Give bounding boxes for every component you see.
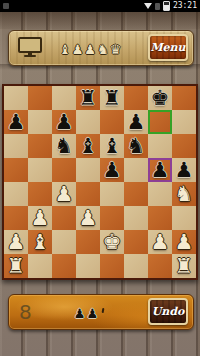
black-bishop-e6: ♝ bbox=[103, 134, 122, 158]
notification-icon bbox=[3, 3, 9, 9]
white-rook-h1: ♜ bbox=[175, 254, 194, 278]
undo-button[interactable]: Undo bbox=[148, 298, 188, 325]
square-f6[interactable]: ♞ bbox=[124, 134, 148, 158]
square-g8[interactable]: ♚ bbox=[148, 86, 172, 110]
square-f3[interactable] bbox=[124, 206, 148, 230]
square-f2[interactable] bbox=[124, 230, 148, 254]
square-d7[interactable] bbox=[76, 110, 100, 134]
square-f4[interactable] bbox=[124, 182, 148, 206]
square-b3[interactable]: ♟ bbox=[28, 206, 52, 230]
square-d1[interactable] bbox=[76, 254, 100, 278]
white-bishop-b2: ♝ bbox=[31, 230, 50, 254]
white-knight-h4: ♞ bbox=[175, 182, 194, 206]
white-pawn-g2: ♟ bbox=[151, 230, 170, 254]
human-player-panel: 8 ♟♟ Undo bbox=[8, 294, 194, 330]
square-a3[interactable] bbox=[4, 206, 28, 230]
square-e4[interactable] bbox=[100, 182, 124, 206]
black-pawn-a7: ♟ bbox=[7, 110, 26, 134]
square-d8[interactable]: ♜ bbox=[76, 86, 100, 110]
square-h2[interactable]: ♟ bbox=[172, 230, 196, 254]
square-a8[interactable] bbox=[4, 86, 28, 110]
square-d4[interactable] bbox=[76, 182, 100, 206]
battery-icon bbox=[163, 1, 170, 11]
square-h6[interactable] bbox=[172, 134, 196, 158]
clock-text: 23:21 bbox=[173, 0, 197, 12]
computer-captured-pawn-icon: ♟ bbox=[84, 42, 96, 58]
player-captured-pawn-icon: ♟ bbox=[86, 306, 98, 322]
square-h4[interactable]: ♞ bbox=[172, 182, 196, 206]
computer-captured-queen-icon: ♛ bbox=[110, 42, 122, 58]
square-a1[interactable]: ♜ bbox=[4, 254, 28, 278]
wood-top-shadow-band bbox=[0, 12, 200, 29]
square-b1[interactable] bbox=[28, 254, 52, 278]
square-g7[interactable] bbox=[148, 110, 172, 134]
player-captured-pawn-icon: ♟ bbox=[74, 306, 86, 322]
square-e3[interactable] bbox=[100, 206, 124, 230]
square-a5[interactable] bbox=[4, 158, 28, 182]
square-g1[interactable] bbox=[148, 254, 172, 278]
square-g6[interactable] bbox=[148, 134, 172, 158]
square-h5[interactable]: ♟ bbox=[172, 158, 196, 182]
square-e5[interactable]: ♟ bbox=[100, 158, 124, 182]
square-g5[interactable]: ♟ bbox=[148, 158, 172, 182]
square-h3[interactable] bbox=[172, 206, 196, 230]
square-e7[interactable] bbox=[100, 110, 124, 134]
menu-button[interactable]: Menu bbox=[148, 34, 188, 61]
black-bishop-d6: ♝ bbox=[79, 134, 98, 158]
square-f7[interactable]: ♟ bbox=[124, 110, 148, 134]
white-rook-a1: ♜ bbox=[7, 254, 26, 278]
player-captured-tray: ♟♟ bbox=[74, 302, 98, 322]
white-pawn-h2: ♟ bbox=[175, 230, 194, 254]
square-d3[interactable]: ♟ bbox=[76, 206, 100, 230]
computer-player-panel: ♝♟♟♞♛ Menu bbox=[8, 30, 194, 66]
monitor-screen bbox=[18, 37, 42, 53]
square-c8[interactable] bbox=[52, 86, 76, 110]
square-h1[interactable]: ♜ bbox=[172, 254, 196, 278]
white-king-e2: ♚ bbox=[103, 230, 122, 254]
white-pawn-d3: ♟ bbox=[79, 206, 98, 230]
square-f1[interactable] bbox=[124, 254, 148, 278]
square-f5[interactable] bbox=[124, 158, 148, 182]
chess-board-frame: ♜♜♚♟♟♟♞♝♝♞♟♟♟♟♞♟♟♟♝♚♟♟♜♜ bbox=[2, 84, 198, 280]
square-c7[interactable]: ♟ bbox=[52, 110, 76, 134]
tiny-dark-tick-mark bbox=[102, 307, 105, 312]
black-pawn-e5: ♟ bbox=[103, 158, 122, 182]
square-h7[interactable] bbox=[172, 110, 196, 134]
square-b6[interactable] bbox=[28, 134, 52, 158]
android-status-bar: 23:21 bbox=[0, 0, 200, 12]
black-pawn-c7: ♟ bbox=[55, 110, 74, 134]
black-knight-c6: ♞ bbox=[55, 134, 74, 158]
square-a4[interactable] bbox=[4, 182, 28, 206]
square-b2[interactable]: ♝ bbox=[28, 230, 52, 254]
square-e1[interactable] bbox=[100, 254, 124, 278]
square-b4[interactable] bbox=[28, 182, 52, 206]
square-c4[interactable]: ♟ bbox=[52, 182, 76, 206]
square-a6[interactable] bbox=[4, 134, 28, 158]
square-b8[interactable] bbox=[28, 86, 52, 110]
wifi-icon bbox=[144, 3, 152, 9]
computer-captured-tray: ♝♟♟♞♛ bbox=[59, 38, 121, 58]
square-a2[interactable]: ♟ bbox=[4, 230, 28, 254]
monitor-base bbox=[24, 55, 36, 57]
black-rook-d8: ♜ bbox=[79, 86, 98, 110]
computer-monitor-icon bbox=[17, 37, 43, 59]
square-e6[interactable]: ♝ bbox=[100, 134, 124, 158]
black-knight-f6: ♞ bbox=[127, 134, 146, 158]
square-h8[interactable] bbox=[172, 86, 196, 110]
square-b5[interactable] bbox=[28, 158, 52, 182]
black-pawn-f7: ♟ bbox=[127, 110, 146, 134]
white-pawn-b3: ♟ bbox=[31, 206, 50, 230]
black-king-g8: ♚ bbox=[151, 86, 170, 110]
square-e8[interactable]: ♜ bbox=[100, 86, 124, 110]
square-b7[interactable] bbox=[28, 110, 52, 134]
square-c6[interactable]: ♞ bbox=[52, 134, 76, 158]
square-g2[interactable]: ♟ bbox=[148, 230, 172, 254]
square-c1[interactable] bbox=[52, 254, 76, 278]
square-c5[interactable] bbox=[52, 158, 76, 182]
square-d6[interactable]: ♝ bbox=[76, 134, 100, 158]
black-pawn-h5: ♟ bbox=[175, 158, 194, 182]
square-e2[interactable]: ♚ bbox=[100, 230, 124, 254]
white-pawn-c4: ♟ bbox=[55, 182, 74, 206]
square-c3[interactable] bbox=[52, 206, 76, 230]
chess-board: ♜♜♚♟♟♟♞♝♝♞♟♟♟♟♞♟♟♟♝♚♟♟♜♜ bbox=[4, 86, 196, 278]
black-pawn-g5: ♟ bbox=[151, 158, 170, 182]
computer-captured-bishop-icon: ♝ bbox=[59, 42, 71, 58]
square-d2[interactable] bbox=[76, 230, 100, 254]
square-f8[interactable] bbox=[124, 86, 148, 110]
black-rook-e8: ♜ bbox=[103, 86, 122, 110]
square-c2[interactable] bbox=[52, 230, 76, 254]
white-pawn-a2: ♟ bbox=[7, 230, 26, 254]
square-a7[interactable]: ♟ bbox=[4, 110, 28, 134]
computer-captured-knight-icon: ♞ bbox=[97, 42, 109, 58]
computer-captured-pawn-icon: ♟ bbox=[72, 42, 84, 58]
square-d5[interactable] bbox=[76, 158, 100, 182]
move-counter: 8 bbox=[19, 301, 32, 323]
square-g4[interactable] bbox=[148, 182, 172, 206]
sim-icon bbox=[155, 3, 160, 10]
square-g3[interactable] bbox=[148, 206, 172, 230]
